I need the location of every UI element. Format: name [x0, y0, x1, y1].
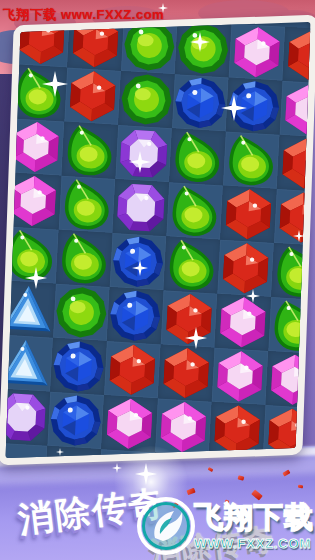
- gem-r8c1-PO[interactable]: [0, 388, 50, 445]
- GD-gem-icon: [56, 230, 113, 287]
- PO-gem-icon: [113, 179, 170, 236]
- gem-r6c6-GD[interactable]: [268, 297, 315, 354]
- BT-gem-icon: [0, 334, 53, 391]
- screenshot-stage: 飞翔下载 www.FXXZ.com 消除传奇 消除传奇 飞翔下载 WWW.FXX…: [0, 0, 315, 560]
- GD-gem-icon: [2, 226, 59, 283]
- GD-gem-icon: [164, 236, 221, 293]
- RH-gem-icon: [64, 68, 121, 125]
- PH-gem-icon: [212, 348, 269, 405]
- gem-r8c5-RH[interactable]: [209, 402, 266, 459]
- GD-gem-icon: [11, 64, 68, 121]
- gem-r7c2-BR[interactable]: [50, 338, 107, 395]
- gem-r1c3-GR[interactable]: [121, 17, 178, 74]
- RH-gem-icon: [274, 189, 315, 246]
- RH-gem-icon: [158, 344, 215, 401]
- PH-gem-icon: [8, 118, 65, 175]
- gem-r6c5-PH[interactable]: [215, 294, 272, 351]
- gem-r7c1-BT[interactable]: [0, 334, 53, 391]
- BR-gem-icon: [47, 392, 104, 449]
- gem-r2c6-PH[interactable]: [280, 81, 315, 138]
- PH-gem-icon: [266, 351, 315, 408]
- RH-gem-icon: [209, 402, 266, 459]
- gem-r5c1-GD[interactable]: [2, 226, 59, 283]
- gem-r7c5-PH[interactable]: [212, 348, 269, 405]
- gem-r4c6-RH[interactable]: [274, 189, 315, 246]
- PH-gem-icon: [280, 81, 315, 138]
- gem-r5c2-GD[interactable]: [56, 230, 113, 287]
- RH-gem-icon: [277, 135, 315, 192]
- gem-r4c4-GD[interactable]: [166, 182, 223, 239]
- gem-r8c3-PH[interactable]: [101, 395, 158, 452]
- GD-gem-icon: [223, 132, 280, 189]
- gem-r5c6-GD[interactable]: [271, 243, 315, 300]
- GR-gem-icon: [175, 20, 232, 77]
- watermark-site-name: 飞翔下载: [194, 498, 314, 538]
- gem-r3c1-PH[interactable]: [8, 118, 65, 175]
- gem-r3c6-RH[interactable]: [277, 135, 315, 192]
- PH-gem-icon: [5, 172, 62, 229]
- gem-r6c4-RH[interactable]: [161, 290, 218, 347]
- gem-r4c1-PH[interactable]: [5, 172, 62, 229]
- GD-gem-icon: [59, 176, 116, 233]
- gem-r5c3-BR[interactable]: [110, 233, 167, 290]
- RH-gem-icon: [220, 186, 277, 243]
- gem-r5c5-RH[interactable]: [217, 240, 274, 297]
- GR-gem-icon: [118, 71, 175, 128]
- game-board-frame: [0, 15, 315, 466]
- GD-gem-icon: [166, 182, 223, 239]
- GR-gem-icon: [53, 284, 110, 341]
- GD-gem-icon: [62, 122, 119, 179]
- RH-gem-icon: [217, 240, 274, 297]
- gem-r6c1-BT[interactable]: [0, 280, 56, 337]
- gem-r2c3-GR[interactable]: [118, 71, 175, 128]
- red-confetti-shard: [298, 485, 303, 489]
- gem-r2c2-RH[interactable]: [64, 68, 121, 125]
- gem-r1c6-RH[interactable]: [282, 27, 315, 84]
- GR-gem-icon: [121, 17, 178, 74]
- gem-r3c4-GD[interactable]: [169, 128, 226, 185]
- GD-gem-icon: [268, 297, 315, 354]
- gem-r2c4-BR[interactable]: [172, 74, 229, 131]
- site-watermark-banner: 飞翔下载 www.FXXZ.com: [3, 6, 164, 24]
- gem-r7c4-RH[interactable]: [158, 344, 215, 401]
- gem-r4c5-RH[interactable]: [220, 186, 277, 243]
- gem-grid: [0, 15, 315, 466]
- BR-gem-icon: [110, 233, 167, 290]
- gem-r1c5-PH[interactable]: [229, 23, 286, 80]
- gem-r6c2-GR[interactable]: [53, 284, 110, 341]
- BT-gem-icon: [0, 280, 56, 337]
- gem-r3c5-GD[interactable]: [223, 132, 280, 189]
- RH-gem-icon: [282, 27, 315, 84]
- BR-gem-icon: [107, 287, 164, 344]
- RH-gem-icon: [161, 290, 218, 347]
- gem-r4c3-PO[interactable]: [113, 179, 170, 236]
- gem-r7c3-RH[interactable]: [104, 341, 161, 398]
- PH-gem-icon: [229, 23, 286, 80]
- PH-gem-icon: [215, 294, 272, 351]
- empty-cell: [0, 443, 47, 466]
- PO-gem-icon: [115, 125, 172, 182]
- RH-gem-icon: [104, 341, 161, 398]
- wing-hand-logo-icon: [136, 496, 196, 556]
- gem-r6c3-BR[interactable]: [107, 287, 164, 344]
- BR-gem-icon: [50, 338, 107, 395]
- gem-r1c4-GR[interactable]: [175, 20, 232, 77]
- PH-gem-icon: [101, 395, 158, 452]
- GD-gem-icon: [169, 128, 226, 185]
- gem-r3c2-GD[interactable]: [62, 122, 119, 179]
- watermark-site-url: WWW.FXXZ.COM: [194, 536, 311, 551]
- gem-r8c2-BR[interactable]: [47, 392, 104, 449]
- gem-r7c6-PH[interactable]: [266, 351, 315, 408]
- BR-gem-icon: [172, 74, 229, 131]
- gem-r2c1-GD[interactable]: [11, 64, 68, 121]
- site-watermark-block: 飞翔下载 WWW.FXXZ.COM: [136, 492, 315, 560]
- GD-gem-icon: [271, 243, 315, 300]
- gem-r5c4-GD[interactable]: [164, 236, 221, 293]
- gem-r3c3-PO[interactable]: [115, 125, 172, 182]
- PO-gem-icon: [0, 388, 50, 445]
- gem-r4c2-GD[interactable]: [59, 176, 116, 233]
